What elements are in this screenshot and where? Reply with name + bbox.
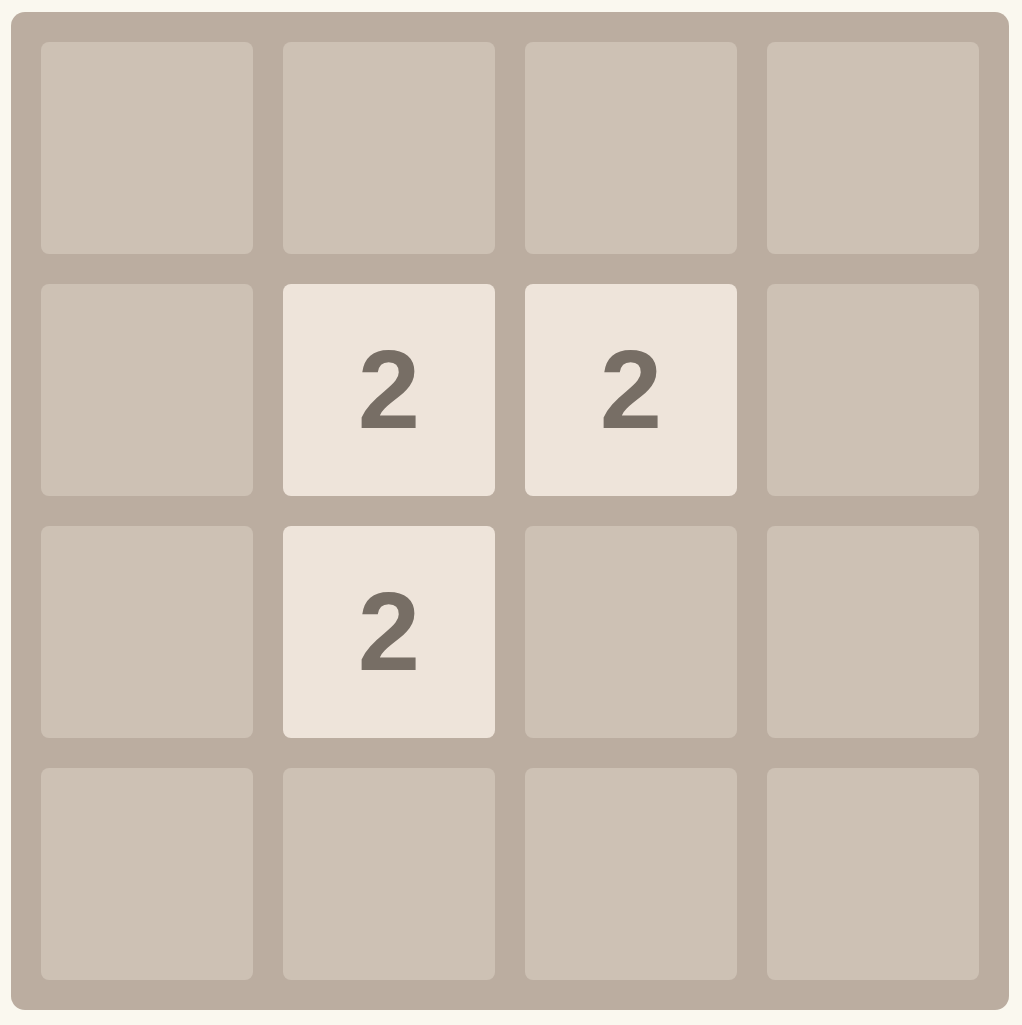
empty-cell-r2-c0	[41, 526, 253, 738]
game-board-2048[interactable]: 222	[11, 12, 1009, 1010]
tile-2-r2-c1: 2	[283, 526, 495, 738]
empty-cell-r1-c3	[767, 284, 979, 496]
empty-cell-r1-c0	[41, 284, 253, 496]
empty-cell-r0-c0	[41, 42, 253, 254]
empty-cell-r0-c1	[283, 42, 495, 254]
empty-cell-r3-c1	[283, 768, 495, 980]
tile-2-r1-c2: 2	[525, 284, 737, 496]
empty-cell-r0-c2	[525, 42, 737, 254]
tile-2-r1-c1: 2	[283, 284, 495, 496]
empty-cell-r2-c3	[767, 526, 979, 738]
empty-cell-r3-c0	[41, 768, 253, 980]
empty-cell-r3-c3	[767, 768, 979, 980]
empty-cell-r0-c3	[767, 42, 979, 254]
empty-cell-r3-c2	[525, 768, 737, 980]
empty-cell-r2-c2	[525, 526, 737, 738]
